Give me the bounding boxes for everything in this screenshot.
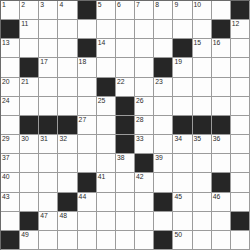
cell-r10-c10[interactable] <box>193 193 212 212</box>
cell-r8-c1[interactable] <box>20 154 39 173</box>
cell-r4-c11[interactable] <box>212 78 231 97</box>
cell-r0-c0[interactable]: 1 <box>1 1 20 20</box>
cell-r1-c1[interactable]: 11 <box>20 20 39 39</box>
cell-r9-c8[interactable] <box>154 173 173 192</box>
cell-r10-c2[interactable] <box>39 193 58 212</box>
cell-r11-c10[interactable] <box>193 212 212 231</box>
cell-r0-c11[interactable] <box>212 1 231 20</box>
cell-r8-c5[interactable] <box>97 154 116 173</box>
cell-r5-c0[interactable]: 24 <box>1 97 20 116</box>
cell-r9-c5[interactable]: 41 <box>97 173 116 192</box>
clue-number: 23 <box>155 78 163 86</box>
cell-r3-c9[interactable]: 19 <box>173 58 192 77</box>
cell-r7-c0[interactable]: 29 <box>1 135 20 154</box>
cell-r4-c9[interactable] <box>173 78 192 97</box>
clue-number: 12 <box>232 20 240 28</box>
cell-r12-c9[interactable]: 50 <box>173 231 192 250</box>
clue-number: 11 <box>21 20 28 28</box>
cell-r12-c6[interactable] <box>116 231 135 250</box>
cell-r2-c6[interactable] <box>116 39 135 58</box>
cell-r11-c4[interactable] <box>78 212 97 231</box>
cell-r6-c9 <box>173 116 192 135</box>
cell-r4-c3[interactable] <box>58 78 77 97</box>
clue-number: 31 <box>40 135 48 143</box>
cell-r1-c2[interactable] <box>39 20 58 39</box>
clue-number: 6 <box>117 1 121 9</box>
clue-number: 34 <box>174 135 182 143</box>
cell-r12-c12[interactable] <box>231 231 250 250</box>
clue-number: 45 <box>174 193 182 201</box>
cell-r12-c3[interactable] <box>58 231 77 250</box>
clue-number: 13 <box>2 39 10 47</box>
cell-r2-c7[interactable] <box>135 39 154 58</box>
cell-r9-c10[interactable] <box>193 173 212 192</box>
cell-r12-c11[interactable] <box>212 231 231 250</box>
cell-r2-c12[interactable] <box>231 39 250 58</box>
cell-r8-c8[interactable]: 39 <box>154 154 173 173</box>
clue-number: 9 <box>174 1 178 9</box>
cell-r1-c12[interactable]: 12 <box>231 20 250 39</box>
clue-number: 49 <box>21 231 29 239</box>
cell-r5-c4[interactable] <box>78 97 97 116</box>
clue-number: 5 <box>98 1 102 9</box>
cell-r8-c7 <box>135 154 154 173</box>
cell-r4-c0[interactable]: 20 <box>1 78 20 97</box>
cell-r11-c8[interactable] <box>154 212 173 231</box>
cell-r7-c7[interactable]: 33 <box>135 135 154 154</box>
clue-number: 8 <box>155 1 159 9</box>
cell-r2-c9 <box>173 39 192 58</box>
cell-r5-c8[interactable] <box>154 97 173 116</box>
cell-r8-c9[interactable] <box>173 154 192 173</box>
cell-r10-c5[interactable] <box>97 193 116 212</box>
cell-r10-c6[interactable] <box>116 193 135 212</box>
cell-r12-c2[interactable] <box>39 231 58 250</box>
cell-r8-c10[interactable] <box>193 154 212 173</box>
cell-r1-c4[interactable] <box>78 20 97 39</box>
cell-r0-c6[interactable]: 6 <box>116 1 135 20</box>
cell-r7-c4[interactable] <box>78 135 97 154</box>
cell-r9-c0[interactable]: 40 <box>1 173 20 192</box>
cell-r7-c11[interactable]: 36 <box>212 135 231 154</box>
clue-number: 10 <box>194 1 202 9</box>
cell-r2-c2[interactable] <box>39 39 58 58</box>
clue-number: 21 <box>21 78 29 86</box>
clue-number: 22 <box>117 78 125 86</box>
cell-r8-c6[interactable]: 38 <box>116 154 135 173</box>
clue-number: 46 <box>213 193 221 201</box>
clue-number: 44 <box>79 193 87 201</box>
clue-number: 33 <box>136 135 144 143</box>
cell-r4-c1[interactable]: 21 <box>20 78 39 97</box>
clue-number: 17 <box>40 58 48 66</box>
cell-r3-c11[interactable] <box>212 58 231 77</box>
cell-r5-c7[interactable]: 26 <box>135 97 154 116</box>
cell-r1-c3[interactable] <box>58 20 77 39</box>
cell-r3-c12[interactable] <box>231 58 250 77</box>
cell-r1-c6[interactable] <box>116 20 135 39</box>
cell-r10-c4[interactable]: 44 <box>78 193 97 212</box>
cell-r6-c1 <box>20 116 39 135</box>
cell-r9-c6[interactable] <box>116 173 135 192</box>
clue-number: 15 <box>194 39 202 47</box>
cell-r10-c8 <box>154 193 173 212</box>
cell-r6-c11 <box>212 116 231 135</box>
cell-r10-c11[interactable]: 46 <box>212 193 231 212</box>
clue-number: 16 <box>213 39 221 47</box>
clue-number: 50 <box>174 231 182 239</box>
clue-number: 40 <box>2 173 10 181</box>
cell-r2-c10[interactable]: 15 <box>193 39 212 58</box>
cell-r7-c12[interactable] <box>231 135 250 154</box>
cell-r4-c8[interactable]: 23 <box>154 78 173 97</box>
cell-r3-c4[interactable]: 18 <box>78 58 97 77</box>
cell-r11-c9[interactable] <box>173 212 192 231</box>
clue-number: 32 <box>59 135 67 143</box>
cell-r4-c6[interactable]: 22 <box>116 78 135 97</box>
cell-r7-c10[interactable]: 35 <box>193 135 212 154</box>
cell-r3-c2[interactable]: 17 <box>39 58 58 77</box>
cell-r1-c9[interactable] <box>173 20 192 39</box>
cell-r12-c0 <box>1 231 20 250</box>
cell-r11-c7[interactable] <box>135 212 154 231</box>
cell-r11-c6[interactable] <box>116 212 135 231</box>
cell-r5-c2[interactable] <box>39 97 58 116</box>
cell-r5-c3[interactable] <box>58 97 77 116</box>
clue-number: 36 <box>213 135 221 143</box>
cell-r0-c2[interactable]: 3 <box>39 1 58 20</box>
cell-r12-c4[interactable] <box>78 231 97 250</box>
cell-r0-c7[interactable]: 7 <box>135 1 154 20</box>
clue-number: 14 <box>98 39 106 47</box>
clue-number: 19 <box>174 58 182 66</box>
cell-r11-c3[interactable]: 48 <box>58 212 77 231</box>
cell-r5-c5[interactable]: 25 <box>97 97 116 116</box>
clue-number: 24 <box>2 97 10 105</box>
cell-r11-c1 <box>20 212 39 231</box>
clue-number: 3 <box>40 1 44 9</box>
clue-number: 47 <box>40 212 48 220</box>
cell-r5-c9[interactable] <box>173 97 192 116</box>
cell-r3-c8 <box>154 58 173 77</box>
cell-r12-c1[interactable]: 49 <box>20 231 39 250</box>
clue-number: 37 <box>2 154 10 162</box>
cell-r12-c5[interactable] <box>97 231 116 250</box>
cell-r6-c8[interactable] <box>154 116 173 135</box>
cell-r11-c11[interactable] <box>212 212 231 231</box>
cell-r7-c2[interactable]: 31 <box>39 135 58 154</box>
cell-r2-c8[interactable] <box>154 39 173 58</box>
clue-number: 1 <box>2 1 6 9</box>
cell-r0-c4 <box>78 1 97 20</box>
cell-r5-c10[interactable] <box>193 97 212 116</box>
cell-r1-c7[interactable] <box>135 20 154 39</box>
cell-r5-c6 <box>116 97 135 116</box>
cell-r8-c4[interactable] <box>78 154 97 173</box>
crossword-board: 1234567891011121314151617181920212223242… <box>0 0 250 250</box>
cell-r12-c7[interactable] <box>135 231 154 250</box>
cell-r2-c4 <box>78 39 97 58</box>
clue-number: 30 <box>21 135 29 143</box>
cell-r0-c8[interactable]: 8 <box>154 1 173 20</box>
cell-r0-c5[interactable]: 5 <box>97 1 116 20</box>
clue-number: 35 <box>194 135 202 143</box>
cell-r6-c5[interactable] <box>97 116 116 135</box>
cell-r5-c12[interactable] <box>231 97 250 116</box>
cell-r4-c4[interactable] <box>78 78 97 97</box>
cell-r10-c9[interactable]: 45 <box>173 193 192 212</box>
cell-r2-c3[interactable] <box>58 39 77 58</box>
cell-r1-c10[interactable] <box>193 20 212 39</box>
cell-r4-c10[interactable] <box>193 78 212 97</box>
cell-r0-c12 <box>231 1 250 20</box>
cell-r2-c11[interactable]: 16 <box>212 39 231 58</box>
cell-r10-c0[interactable]: 43 <box>1 193 20 212</box>
cell-r9-c11 <box>212 173 231 192</box>
cell-r11-c2[interactable]: 47 <box>39 212 58 231</box>
cell-r9-c4 <box>78 173 97 192</box>
cell-r6-c4[interactable]: 27 <box>78 116 97 135</box>
clue-number: 28 <box>136 116 144 124</box>
cell-r11-c5[interactable] <box>97 212 116 231</box>
clue-number: 25 <box>98 97 106 105</box>
cell-r10-c7[interactable] <box>135 193 154 212</box>
cell-r6-c2 <box>39 116 58 135</box>
cell-r6-c10 <box>193 116 212 135</box>
cell-r3-c1 <box>20 58 39 77</box>
clue-number: 20 <box>2 78 10 86</box>
clue-number: 4 <box>59 1 63 9</box>
clue-number: 41 <box>98 173 106 181</box>
cell-r9-c7[interactable]: 42 <box>135 173 154 192</box>
clue-number: 2 <box>21 1 25 9</box>
clue-number: 39 <box>155 154 163 162</box>
clue-number: 38 <box>117 154 125 162</box>
cell-r6-c0[interactable] <box>1 116 20 135</box>
cell-r3-c0[interactable] <box>1 58 20 77</box>
cell-r9-c9[interactable] <box>173 173 192 192</box>
cell-r4-c2[interactable] <box>39 78 58 97</box>
cell-r6-c6 <box>116 116 135 135</box>
cell-r3-c7[interactable] <box>135 58 154 77</box>
clue-number: 18 <box>79 58 87 66</box>
cell-r2-c0[interactable]: 13 <box>1 39 20 58</box>
clue-number: 7 <box>136 1 140 9</box>
cell-r5-c11[interactable] <box>212 97 231 116</box>
clue-number: 42 <box>136 173 144 181</box>
cell-r1-c5[interactable] <box>97 20 116 39</box>
cell-r3-c6[interactable] <box>116 58 135 77</box>
cell-r0-c3[interactable]: 4 <box>58 1 77 20</box>
cell-r8-c11[interactable] <box>212 154 231 173</box>
cell-r7-c8[interactable] <box>154 135 173 154</box>
cell-r11-c12 <box>231 212 250 231</box>
cell-r9-c12[interactable] <box>231 173 250 192</box>
cell-r2-c1[interactable] <box>20 39 39 58</box>
clue-number: 27 <box>79 116 87 124</box>
cell-r0-c1[interactable]: 2 <box>20 1 39 20</box>
cell-r7-c6 <box>116 135 135 154</box>
cell-r6-c7[interactable]: 28 <box>135 116 154 135</box>
cell-r8-c12[interactable] <box>231 154 250 173</box>
cell-r6-c12[interactable] <box>231 116 250 135</box>
cell-r0-c9[interactable]: 9 <box>173 1 192 20</box>
cell-r11-c0[interactable] <box>1 212 20 231</box>
clue-number: 43 <box>2 193 10 201</box>
cell-r4-c12[interactable] <box>231 78 250 97</box>
clue-number: 29 <box>2 135 10 143</box>
cell-r3-c3[interactable] <box>58 58 77 77</box>
cell-r10-c1[interactable] <box>20 193 39 212</box>
cell-r8-c3[interactable] <box>58 154 77 173</box>
cell-r7-c9[interactable]: 34 <box>173 135 192 154</box>
cell-r1-c0 <box>1 20 20 39</box>
cell-r7-c1[interactable]: 30 <box>20 135 39 154</box>
cell-r3-c5[interactable] <box>97 58 116 77</box>
clue-number: 48 <box>59 212 67 220</box>
cell-r12-c10[interactable] <box>193 231 212 250</box>
cell-r2-c5[interactable]: 14 <box>97 39 116 58</box>
cell-r3-c10[interactable] <box>193 58 212 77</box>
cell-r10-c3 <box>58 193 77 212</box>
cell-r8-c2[interactable] <box>39 154 58 173</box>
clue-number: 26 <box>136 97 144 105</box>
cell-r5-c1[interactable] <box>20 97 39 116</box>
cell-r6-c3 <box>58 116 77 135</box>
cell-r0-c10[interactable]: 10 <box>193 1 212 20</box>
cell-r9-c1[interactable] <box>20 173 39 192</box>
cell-r7-c3[interactable]: 32 <box>58 135 77 154</box>
cell-r7-c5[interactable] <box>97 135 116 154</box>
cell-r4-c5 <box>97 78 116 97</box>
cell-r1-c11 <box>212 20 231 39</box>
cell-r4-c7[interactable] <box>135 78 154 97</box>
cell-r8-c0[interactable]: 37 <box>1 154 20 173</box>
cell-r12-c8 <box>154 231 173 250</box>
cell-r9-c3[interactable] <box>58 173 77 192</box>
cell-r1-c8[interactable] <box>154 20 173 39</box>
cell-r10-c12[interactable] <box>231 193 250 212</box>
cell-r9-c2[interactable] <box>39 173 58 192</box>
